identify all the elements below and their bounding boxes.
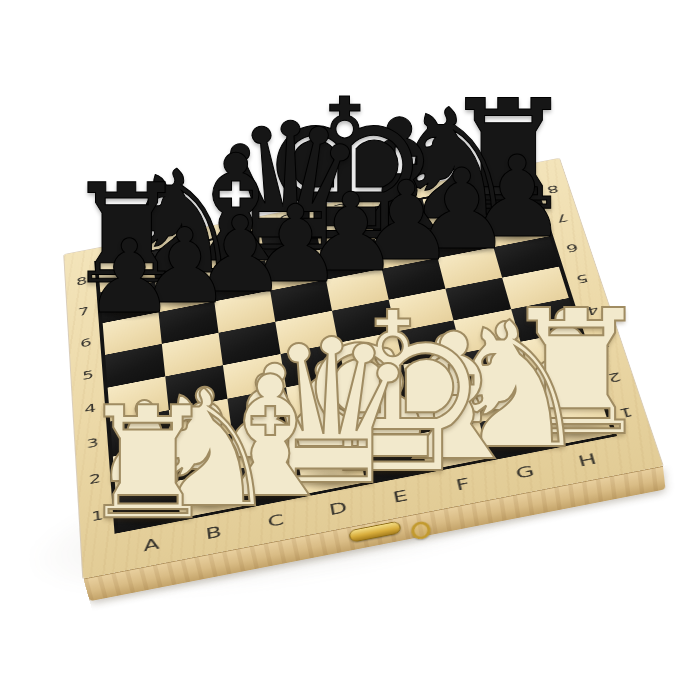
chess-set-photo: 11AA22BB33CC44DD55EE66FF77GG88HH ♜♞♝♛♚♝♞… bbox=[0, 0, 700, 700]
white-rook-a1[interactable]: ♜ bbox=[78, 387, 217, 542]
pieces-layer: ♜♞♝♛♚♝♞♜♟♟♟♟♟♟♟♟♟♟♟♟♟♟♟♟♜♞♝♛♚♝♞♜ bbox=[0, 0, 700, 700]
black-pawn-a7[interactable]: ♟ bbox=[84, 227, 175, 329]
